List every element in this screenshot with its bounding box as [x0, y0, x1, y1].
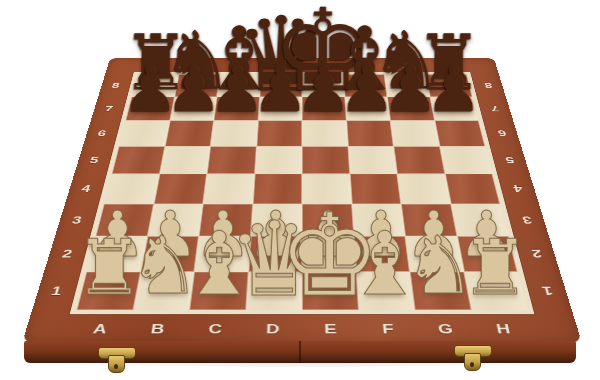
square-g5[interactable]	[394, 146, 445, 174]
rank-label-left-4: 4	[80, 184, 92, 194]
square-d5[interactable]	[254, 146, 302, 174]
brass-clasp-left	[96, 340, 136, 374]
rank-label-left-2: 2	[61, 248, 75, 259]
clasp-hole	[470, 362, 474, 367]
brass-clasp-right	[452, 338, 492, 372]
square-c5[interactable]	[207, 146, 256, 174]
clasp-hole	[114, 364, 118, 369]
piece-dark-pawn-h7[interactable]: ♟	[425, 58, 481, 121]
rank-label-left-1: 1	[50, 284, 65, 297]
rank-label-right-6: 6	[496, 129, 507, 137]
rank-label-right-4: 4	[511, 184, 523, 194]
file-label-bottom-D: D	[266, 322, 281, 336]
file-label-bottom-A: A	[92, 322, 110, 336]
rank-label-left-7: 7	[104, 105, 115, 113]
file-label-bottom-C: C	[208, 322, 224, 336]
rank-label-left-5: 5	[89, 155, 101, 164]
rank-label-right-5: 5	[503, 155, 515, 164]
rank-label-right-8: 8	[483, 82, 493, 89]
square-b5[interactable]	[159, 146, 210, 174]
piece-light-rook-h1[interactable]: ♜	[461, 230, 529, 306]
square-f5[interactable]	[348, 146, 397, 174]
file-label-bottom-B: B	[150, 322, 167, 336]
chess-set-photo: AABBCCDDEEFFGGHH1122334455667788 ♜♞♝♛♚♝♞…	[0, 0, 600, 380]
rank-label-right-2: 2	[529, 248, 543, 259]
square-e5[interactable]	[302, 146, 350, 174]
file-label-bottom-F: F	[382, 322, 396, 336]
square-h5[interactable]	[439, 146, 492, 174]
box-front-seam	[299, 341, 301, 363]
rank-label-left-6: 6	[97, 129, 108, 137]
rank-label-left-8: 8	[111, 82, 121, 89]
file-label-bottom-E: E	[324, 322, 338, 336]
file-label-bottom-G: G	[437, 322, 455, 336]
file-label-bottom-H: H	[495, 322, 513, 336]
square-a5[interactable]	[112, 146, 165, 174]
rank-label-right-7: 7	[489, 105, 500, 113]
rank-label-right-1: 1	[540, 284, 555, 297]
